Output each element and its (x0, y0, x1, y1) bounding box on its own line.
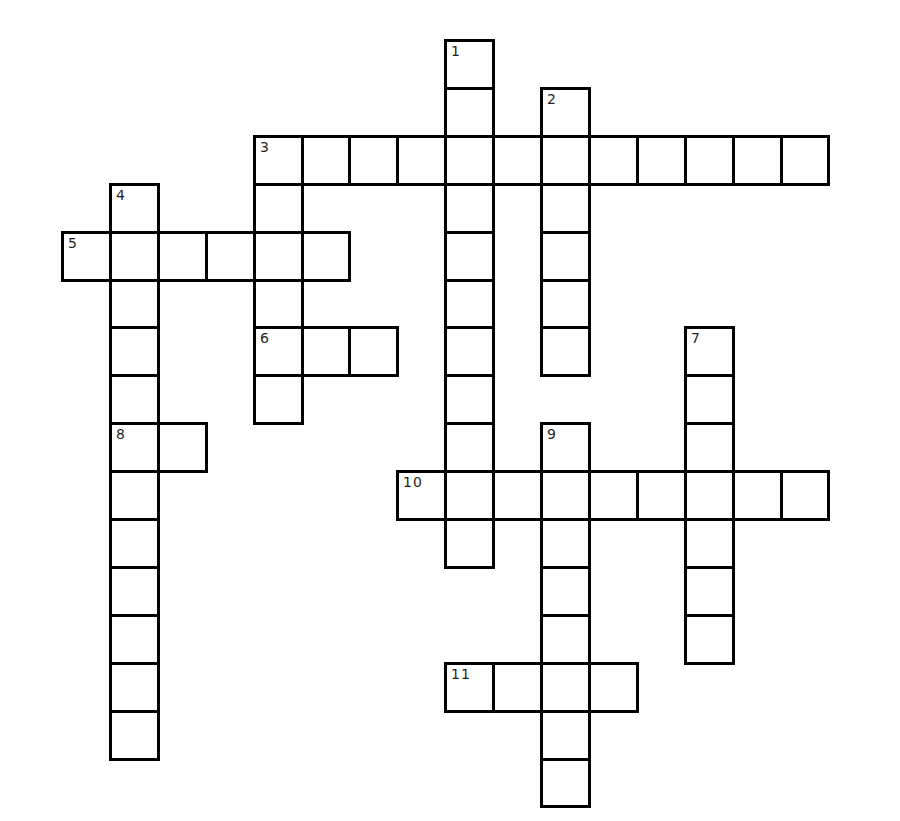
crossword-cell-r5c4[interactable] (253, 279, 304, 329)
crossword-cell-r9c9[interactable] (492, 470, 543, 521)
crossword-cell-r14c1[interactable] (109, 710, 160, 761)
crossword-cell-r2c8[interactable] (444, 135, 495, 186)
clue-number-5: 5 (68, 234, 78, 252)
crossword-cell-r12c10[interactable] (540, 614, 591, 665)
crossword-cell-r2c14[interactable] (732, 135, 783, 186)
crossword-cell-r3c10[interactable] (540, 183, 591, 234)
crossword-cell-r2c7[interactable] (396, 135, 447, 186)
crossword-cell-r2c12[interactable] (636, 135, 687, 186)
crossword-cell-r3c1[interactable]: 4 (109, 183, 160, 234)
clue-number-3: 3 (260, 138, 270, 156)
clue-number-11: 11 (451, 665, 471, 683)
crossword-cell-r6c5[interactable] (301, 326, 351, 377)
crossword-cell-r3c4[interactable] (253, 183, 304, 234)
crossword-cell-r6c8[interactable] (444, 326, 495, 377)
crossword-cell-r9c12[interactable] (636, 470, 687, 521)
crossword-cell-r6c1[interactable] (109, 326, 160, 377)
crossword-cell-r9c14[interactable] (732, 470, 783, 521)
crossword-cell-r11c1[interactable] (109, 566, 160, 617)
crossword-cell-r4c3[interactable] (205, 231, 256, 282)
crossword-cell-r2c11[interactable] (588, 135, 639, 186)
crossword-cell-r7c13[interactable] (684, 374, 735, 425)
crossword-cell-r13c9[interactable] (492, 662, 543, 713)
clue-number-6: 6 (260, 329, 270, 347)
crossword-cell-r4c2[interactable] (157, 231, 208, 282)
crossword-cell-r12c1[interactable] (109, 614, 160, 665)
crossword-cell-r6c13[interactable]: 7 (684, 326, 735, 377)
crossword-cell-r10c13[interactable] (684, 518, 735, 569)
crossword-cell-r0c8[interactable]: 1 (444, 39, 495, 90)
clue-number-7: 7 (691, 329, 701, 347)
crossword-cell-r9c11[interactable] (588, 470, 639, 521)
crossword-cell-r7c4[interactable] (253, 374, 304, 425)
crossword-cell-r5c10[interactable] (540, 279, 591, 329)
crossword-cell-r12c13[interactable] (684, 614, 735, 665)
crossword-cell-r9c8[interactable] (444, 470, 495, 521)
crossword-cell-r8c1[interactable]: 8 (109, 422, 160, 473)
crossword-cell-r13c1[interactable] (109, 662, 160, 713)
crossword-cell-r4c1[interactable] (109, 231, 160, 282)
crossword-cell-r8c2[interactable] (157, 422, 208, 473)
crossword-cell-r8c13[interactable] (684, 422, 735, 473)
crossword-cell-r2c5[interactable] (301, 135, 351, 186)
crossword-cell-r11c10[interactable] (540, 566, 591, 617)
crossword-cell-r15c10[interactable] (540, 758, 591, 808)
crossword-cell-r2c4[interactable]: 3 (253, 135, 304, 186)
crossword-cell-r2c15[interactable] (780, 135, 830, 186)
crossword-cell-r4c0[interactable]: 5 (61, 231, 112, 282)
crossword-page: 1234567891011 (0, 0, 900, 821)
crossword-cell-r9c7[interactable]: 10 (396, 470, 447, 521)
clue-number-9: 9 (547, 425, 557, 443)
crossword-cell-r3c8[interactable] (444, 183, 495, 234)
crossword-cell-r13c10[interactable] (540, 662, 591, 713)
crossword-cell-r2c13[interactable] (684, 135, 735, 186)
crossword-cell-r5c1[interactable] (109, 279, 160, 329)
crossword-cell-r4c10[interactable] (540, 231, 591, 282)
clue-number-8: 8 (116, 425, 126, 443)
crossword-cell-r5c8[interactable] (444, 279, 495, 329)
crossword-cell-r6c4[interactable]: 6 (253, 326, 304, 377)
clue-number-4: 4 (116, 186, 126, 204)
crossword-cell-r6c6[interactable] (348, 326, 399, 377)
crossword-cell-r7c8[interactable] (444, 374, 495, 425)
crossword-cell-r9c10[interactable] (540, 470, 591, 521)
crossword-board: 1234567891011 (0, 0, 900, 821)
crossword-cell-r7c1[interactable] (109, 374, 160, 425)
clue-number-1: 1 (451, 42, 461, 60)
crossword-cell-r2c10[interactable] (540, 135, 591, 186)
crossword-cell-r10c8[interactable] (444, 518, 495, 569)
crossword-cell-r2c9[interactable] (492, 135, 543, 186)
crossword-cell-r4c5[interactable] (301, 231, 351, 282)
clue-number-10: 10 (403, 473, 423, 491)
crossword-cell-r9c15[interactable] (780, 470, 830, 521)
crossword-cell-r13c8[interactable]: 11 (444, 662, 495, 713)
crossword-cell-r9c13[interactable] (684, 470, 735, 521)
clue-number-2: 2 (547, 90, 557, 108)
crossword-cell-r1c10[interactable]: 2 (540, 87, 591, 138)
crossword-cell-r9c1[interactable] (109, 470, 160, 521)
crossword-cell-r4c4[interactable] (253, 231, 304, 282)
crossword-cell-r8c8[interactable] (444, 422, 495, 473)
crossword-cell-r4c8[interactable] (444, 231, 495, 282)
crossword-cell-r10c10[interactable] (540, 518, 591, 569)
crossword-cell-r11c13[interactable] (684, 566, 735, 617)
crossword-cell-r1c8[interactable] (444, 87, 495, 138)
crossword-cell-r8c10[interactable]: 9 (540, 422, 591, 473)
crossword-cell-r10c1[interactable] (109, 518, 160, 569)
crossword-cell-r13c11[interactable] (588, 662, 639, 713)
crossword-cell-r14c10[interactable] (540, 710, 591, 761)
crossword-cell-r2c6[interactable] (348, 135, 399, 186)
crossword-cell-r6c10[interactable] (540, 326, 591, 377)
